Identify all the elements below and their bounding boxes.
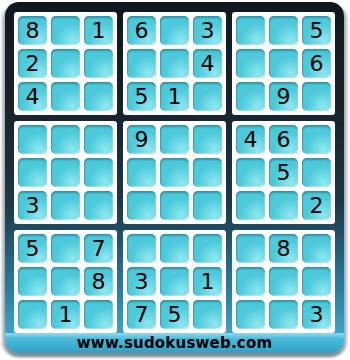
cell-r7-c9[interactable] <box>302 234 331 263</box>
cell-r3-c9[interactable] <box>302 82 331 111</box>
cell-r7-c7[interactable] <box>236 234 265 263</box>
cell-r9-c3[interactable] <box>84 300 113 329</box>
cell-r8-c5[interactable] <box>160 267 189 296</box>
cell-r3-c5[interactable]: 1 <box>160 82 189 111</box>
cell-r5-c6[interactable] <box>193 158 222 187</box>
cell-r6-c7[interactable] <box>236 191 265 220</box>
cell-r1-c5[interactable] <box>160 16 189 45</box>
cell-r9-c9[interactable]: 3 <box>302 300 331 329</box>
cell-r6-c2[interactable] <box>51 191 80 220</box>
cell-r4-c2[interactable] <box>51 125 80 154</box>
cell-r6-c3[interactable] <box>84 191 113 220</box>
cell-r2-c4[interactable] <box>127 49 156 78</box>
cell-r5-c2[interactable] <box>51 158 80 187</box>
cell-r1-c9[interactable]: 5 <box>302 16 331 45</box>
cell-r5-c3[interactable] <box>84 158 113 187</box>
cell-r1-c6[interactable]: 3 <box>193 16 222 45</box>
cell-r5-c4[interactable] <box>127 158 156 187</box>
box-1: 8124 <box>14 12 117 115</box>
cell-r5-c5[interactable] <box>160 158 189 187</box>
cell-r8-c8[interactable] <box>269 267 298 296</box>
cell-r2-c8[interactable] <box>269 49 298 78</box>
cell-r8-c4[interactable]: 3 <box>127 267 156 296</box>
cell-r2-c1[interactable]: 2 <box>18 49 47 78</box>
cell-r7-c8[interactable]: 8 <box>269 234 298 263</box>
cell-r2-c5[interactable] <box>160 49 189 78</box>
cell-r4-c1[interactable] <box>18 125 47 154</box>
cell-r9-c5[interactable]: 5 <box>160 300 189 329</box>
box-4: 3 <box>14 121 117 224</box>
cell-r2-c3[interactable] <box>84 49 113 78</box>
cell-r1-c4[interactable]: 6 <box>127 16 156 45</box>
cell-r2-c7[interactable] <box>236 49 265 78</box>
cell-r6-c1[interactable]: 3 <box>18 191 47 220</box>
cell-r3-c7[interactable] <box>236 82 265 111</box>
cell-r1-c1[interactable]: 8 <box>18 16 47 45</box>
cell-r2-c2[interactable] <box>51 49 80 78</box>
cell-r9-c7[interactable] <box>236 300 265 329</box>
box-7: 5781 <box>14 230 117 333</box>
cell-r3-c8[interactable]: 9 <box>269 82 298 111</box>
cell-r8-c7[interactable] <box>236 267 265 296</box>
cell-r9-c8[interactable] <box>269 300 298 329</box>
box-2: 63451 <box>123 12 226 115</box>
cell-r4-c5[interactable] <box>160 125 189 154</box>
cell-r2-c6[interactable]: 4 <box>193 49 222 78</box>
cell-r7-c5[interactable] <box>160 234 189 263</box>
cell-r9-c2[interactable]: 1 <box>51 300 80 329</box>
cell-r4-c6[interactable] <box>193 125 222 154</box>
site-link[interactable]: www.sudokusweb.com <box>77 334 272 352</box>
cell-r3-c2[interactable] <box>51 82 80 111</box>
box-8: 3175 <box>123 230 226 333</box>
cell-r7-c2[interactable] <box>51 234 80 263</box>
cell-r9-c6[interactable] <box>193 300 222 329</box>
cell-r1-c3[interactable]: 1 <box>84 16 113 45</box>
cell-r3-c3[interactable] <box>84 82 113 111</box>
cell-r6-c6[interactable] <box>193 191 222 220</box>
cell-r4-c3[interactable] <box>84 125 113 154</box>
cell-r3-c6[interactable] <box>193 82 222 111</box>
box-5: 9 <box>123 121 226 224</box>
cell-r8-c3[interactable]: 8 <box>84 267 113 296</box>
cell-r9-c4[interactable]: 7 <box>127 300 156 329</box>
cell-r8-c6[interactable]: 1 <box>193 267 222 296</box>
cell-r5-c9[interactable] <box>302 158 331 187</box>
cell-r8-c1[interactable] <box>18 267 47 296</box>
cell-r7-c3[interactable]: 7 <box>84 234 113 263</box>
cell-r1-c7[interactable] <box>236 16 265 45</box>
cell-r7-c4[interactable] <box>127 234 156 263</box>
cell-r6-c4[interactable] <box>127 191 156 220</box>
cell-r4-c9[interactable] <box>302 125 331 154</box>
cell-r9-c1[interactable] <box>18 300 47 329</box>
sudoku-grid: 8124634515693946525781317583 <box>14 12 335 333</box>
cell-r5-c7[interactable] <box>236 158 265 187</box>
box-9: 83 <box>232 230 335 333</box>
cell-r4-c8[interactable]: 6 <box>269 125 298 154</box>
cell-r3-c1[interactable]: 4 <box>18 82 47 111</box>
cell-r5-c1[interactable] <box>18 158 47 187</box>
cell-r1-c2[interactable] <box>51 16 80 45</box>
cell-r8-c2[interactable] <box>51 267 80 296</box>
cell-r4-c4[interactable]: 9 <box>127 125 156 154</box>
cell-r4-c7[interactable]: 4 <box>236 125 265 154</box>
cell-r1-c8[interactable] <box>269 16 298 45</box>
cell-r8-c9[interactable] <box>302 267 331 296</box>
footer-bar: www.sudokusweb.com <box>5 333 344 353</box>
board-frame: 8124634515693946525781317583 www.sudokus… <box>5 2 344 353</box>
box-3: 569 <box>232 12 335 115</box>
cell-r6-c5[interactable] <box>160 191 189 220</box>
cell-r6-c8[interactable] <box>269 191 298 220</box>
cell-r7-c1[interactable]: 5 <box>18 234 47 263</box>
box-6: 4652 <box>232 121 335 224</box>
cell-r3-c4[interactable]: 5 <box>127 82 156 111</box>
cell-r7-c6[interactable] <box>193 234 222 263</box>
cell-r2-c9[interactable]: 6 <box>302 49 331 78</box>
cell-r5-c8[interactable]: 5 <box>269 158 298 187</box>
cell-r6-c9[interactable]: 2 <box>302 191 331 220</box>
